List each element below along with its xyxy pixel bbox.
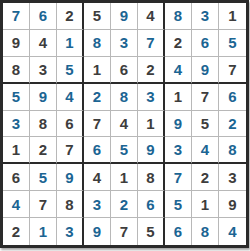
cell-r1c4[interactable]: 5 <box>84 3 111 30</box>
cell-r2c6[interactable]: 7 <box>138 30 165 57</box>
cell-r3c9[interactable]: 7 <box>219 57 246 84</box>
cell-r1c7[interactable]: 8 <box>165 3 192 30</box>
cell-r7c8[interactable]: 2 <box>192 164 219 191</box>
cell-r2c1[interactable]: 9 <box>3 30 30 57</box>
cell-r2c5[interactable]: 3 <box>111 30 138 57</box>
cell-r5c6[interactable]: 1 <box>138 111 165 138</box>
cell-r4c6[interactable]: 3 <box>138 84 165 111</box>
cell-r1c1[interactable]: 7 <box>3 3 30 30</box>
cell-r5c4[interactable]: 7 <box>84 111 111 138</box>
cell-r7c5[interactable]: 1 <box>111 164 138 191</box>
cell-r3c6[interactable]: 2 <box>138 57 165 84</box>
cell-r6c4[interactable]: 6 <box>84 137 111 164</box>
cell-r4c8[interactable]: 7 <box>192 84 219 111</box>
cell-r6c9[interactable]: 8 <box>219 137 246 164</box>
cell-r6c8[interactable]: 4 <box>192 137 219 164</box>
cell-r1c9[interactable]: 1 <box>219 3 246 30</box>
cell-r9c6[interactable]: 5 <box>138 218 165 245</box>
cell-r8c1[interactable]: 4 <box>3 191 30 218</box>
cell-r2c3[interactable]: 1 <box>57 30 84 57</box>
cell-r1c6[interactable]: 4 <box>138 3 165 30</box>
cell-r4c1[interactable]: 5 <box>3 84 30 111</box>
cell-r7c4[interactable]: 4 <box>84 164 111 191</box>
cell-r3c7[interactable]: 4 <box>165 57 192 84</box>
cell-r8c6[interactable]: 6 <box>138 191 165 218</box>
cell-r2c2[interactable]: 4 <box>30 30 57 57</box>
cell-r1c8[interactable]: 3 <box>192 3 219 30</box>
cell-r9c3[interactable]: 3 <box>57 218 84 245</box>
cell-r5c3[interactable]: 6 <box>57 111 84 138</box>
cell-r4c4[interactable]: 2 <box>84 84 111 111</box>
cell-r4c7[interactable]: 1 <box>165 84 192 111</box>
cell-r4c2[interactable]: 9 <box>30 84 57 111</box>
cell-r1c3[interactable]: 2 <box>57 3 84 30</box>
cell-r4c5[interactable]: 8 <box>111 84 138 111</box>
cell-r5c2[interactable]: 8 <box>30 111 57 138</box>
cell-r9c4[interactable]: 9 <box>84 218 111 245</box>
cell-r8c8[interactable]: 1 <box>192 191 219 218</box>
cell-r4c9[interactable]: 6 <box>219 84 246 111</box>
cell-r4c3[interactable]: 4 <box>57 84 84 111</box>
cell-r3c5[interactable]: 6 <box>111 57 138 84</box>
cell-r6c6[interactable]: 9 <box>138 137 165 164</box>
cell-r8c4[interactable]: 3 <box>84 191 111 218</box>
cell-r2c8[interactable]: 6 <box>192 30 219 57</box>
cell-r8c7[interactable]: 5 <box>165 191 192 218</box>
cell-r2c9[interactable]: 5 <box>219 30 246 57</box>
cell-r3c1[interactable]: 8 <box>3 57 30 84</box>
cell-r9c2[interactable]: 1 <box>30 218 57 245</box>
cell-r5c5[interactable]: 4 <box>111 111 138 138</box>
cell-r3c3[interactable]: 5 <box>57 57 84 84</box>
cell-r3c8[interactable]: 9 <box>192 57 219 84</box>
sudoku-page: 7625948319418372658351624975942831763867… <box>0 0 250 251</box>
cell-r9c7[interactable]: 6 <box>165 218 192 245</box>
cell-r8c2[interactable]: 7 <box>30 191 57 218</box>
cell-r1c2[interactable]: 6 <box>30 3 57 30</box>
cell-r8c3[interactable]: 8 <box>57 191 84 218</box>
cell-r5c7[interactable]: 9 <box>165 111 192 138</box>
cell-r9c5[interactable]: 7 <box>111 218 138 245</box>
cell-r5c8[interactable]: 5 <box>192 111 219 138</box>
cell-r7c6[interactable]: 8 <box>138 164 165 191</box>
cell-r9c9[interactable]: 4 <box>219 218 246 245</box>
cell-r5c1[interactable]: 3 <box>3 111 30 138</box>
cell-r3c4[interactable]: 1 <box>84 57 111 84</box>
sudoku-board: 7625948319418372658351624975942831763867… <box>0 0 249 248</box>
cell-r2c7[interactable]: 2 <box>165 30 192 57</box>
cell-r6c3[interactable]: 7 <box>57 137 84 164</box>
cell-r2c4[interactable]: 8 <box>84 30 111 57</box>
cell-r6c7[interactable]: 3 <box>165 137 192 164</box>
cell-r6c1[interactable]: 1 <box>3 137 30 164</box>
cell-r7c3[interactable]: 9 <box>57 164 84 191</box>
cell-r5c9[interactable]: 2 <box>219 111 246 138</box>
cell-r8c9[interactable]: 9 <box>219 191 246 218</box>
cell-r7c2[interactable]: 5 <box>30 164 57 191</box>
cell-r7c7[interactable]: 7 <box>165 164 192 191</box>
cell-r3c2[interactable]: 3 <box>30 57 57 84</box>
cell-r8c5[interactable]: 2 <box>111 191 138 218</box>
cell-r6c5[interactable]: 5 <box>111 137 138 164</box>
cell-r9c1[interactable]: 2 <box>3 218 30 245</box>
cell-r9c8[interactable]: 8 <box>192 218 219 245</box>
cell-r1c5[interactable]: 9 <box>111 3 138 30</box>
cell-r7c1[interactable]: 6 <box>3 164 30 191</box>
cell-r7c9[interactable]: 3 <box>219 164 246 191</box>
cell-r6c2[interactable]: 2 <box>30 137 57 164</box>
